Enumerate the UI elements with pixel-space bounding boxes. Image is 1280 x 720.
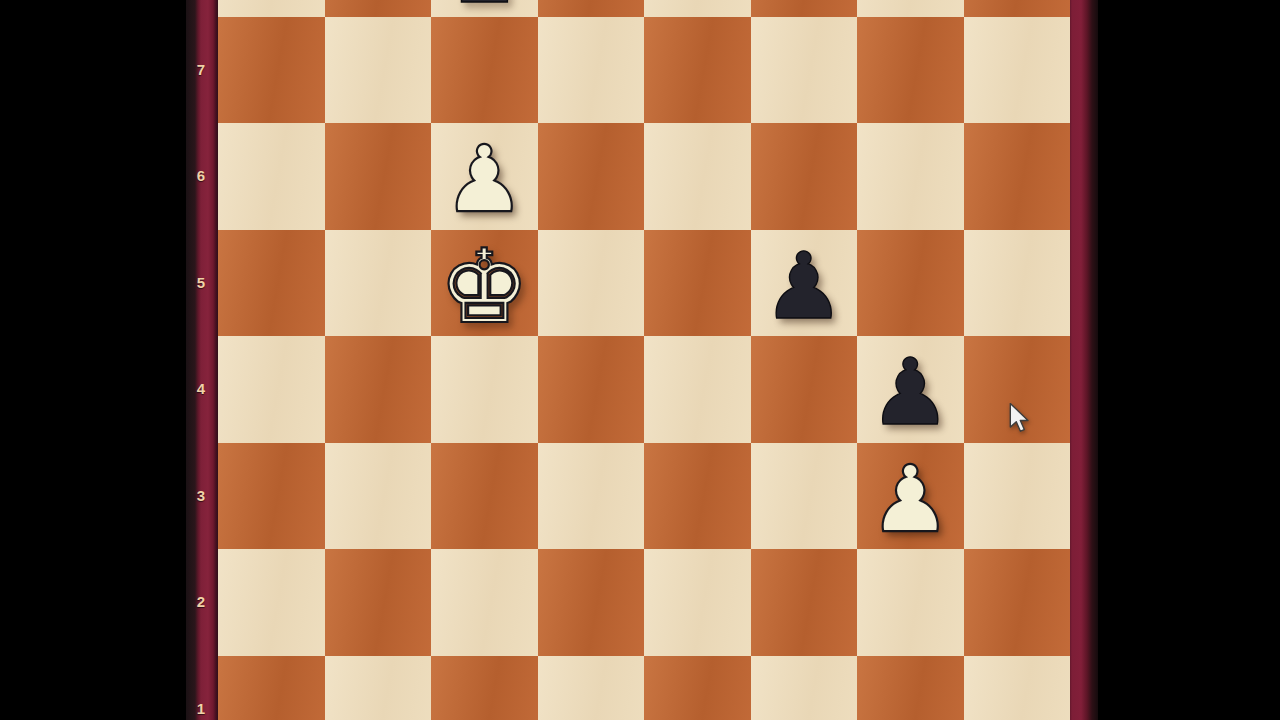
board-frame-left bbox=[186, 0, 218, 720]
rank-label-1: 1 bbox=[186, 700, 216, 717]
white-pawn[interactable]: ♟ bbox=[869, 454, 951, 546]
square-h1[interactable] bbox=[964, 656, 1071, 720]
square-h7[interactable] bbox=[964, 17, 1071, 124]
square-c7[interactable] bbox=[431, 17, 538, 124]
square-e2[interactable] bbox=[644, 549, 751, 656]
rank-label-2: 2 bbox=[186, 593, 216, 610]
square-g3[interactable]: ♟ bbox=[857, 443, 964, 550]
square-d7[interactable] bbox=[538, 17, 645, 124]
rank-label-3: 3 bbox=[186, 487, 216, 504]
black-pawn[interactable]: ♟ bbox=[869, 347, 951, 439]
square-d3[interactable] bbox=[538, 443, 645, 550]
square-a6[interactable] bbox=[218, 123, 325, 230]
square-f1[interactable] bbox=[751, 656, 858, 720]
square-d8[interactable] bbox=[538, 0, 645, 17]
square-b5[interactable] bbox=[325, 230, 432, 337]
black-king[interactable]: ♚ bbox=[439, 0, 530, 18]
square-g5[interactable] bbox=[857, 230, 964, 337]
square-g7[interactable] bbox=[857, 17, 964, 124]
rank-label-4: 4 bbox=[186, 380, 216, 397]
square-b1[interactable] bbox=[325, 656, 432, 720]
video-frame: 7654321 ♚♟♚♟♟♟ bbox=[0, 0, 1280, 720]
white-pawn[interactable]: ♟ bbox=[443, 134, 525, 226]
square-c4[interactable] bbox=[431, 336, 538, 443]
square-g4[interactable]: ♟ bbox=[857, 336, 964, 443]
square-f6[interactable] bbox=[751, 123, 858, 230]
square-f5[interactable]: ♟ bbox=[751, 230, 858, 337]
square-g8[interactable] bbox=[857, 0, 964, 17]
square-b7[interactable] bbox=[325, 17, 432, 124]
square-e8[interactable] bbox=[644, 0, 751, 17]
square-c6[interactable]: ♟ bbox=[431, 123, 538, 230]
square-b6[interactable] bbox=[325, 123, 432, 230]
square-a1[interactable] bbox=[218, 656, 325, 720]
rank-label-7: 7 bbox=[186, 61, 216, 78]
square-f2[interactable] bbox=[751, 549, 858, 656]
square-f8[interactable] bbox=[751, 0, 858, 17]
square-h8[interactable] bbox=[964, 0, 1071, 17]
square-b3[interactable] bbox=[325, 443, 432, 550]
square-d2[interactable] bbox=[538, 549, 645, 656]
square-g6[interactable] bbox=[857, 123, 964, 230]
square-a3[interactable] bbox=[218, 443, 325, 550]
square-f4[interactable] bbox=[751, 336, 858, 443]
square-a5[interactable] bbox=[218, 230, 325, 337]
white-king[interactable]: ♚ bbox=[439, 236, 530, 338]
board-frame-right bbox=[1068, 0, 1098, 720]
square-b8[interactable] bbox=[325, 0, 432, 17]
square-a8[interactable] bbox=[218, 0, 325, 17]
square-e3[interactable] bbox=[644, 443, 751, 550]
square-c1[interactable] bbox=[431, 656, 538, 720]
rank-label-5: 5 bbox=[186, 274, 216, 291]
square-f3[interactable] bbox=[751, 443, 858, 550]
square-e6[interactable] bbox=[644, 123, 751, 230]
square-e4[interactable] bbox=[644, 336, 751, 443]
square-g1[interactable] bbox=[857, 656, 964, 720]
chess-board[interactable]: ♚♟♚♟♟♟ bbox=[218, 0, 1070, 720]
square-d4[interactable] bbox=[538, 336, 645, 443]
square-e1[interactable] bbox=[644, 656, 751, 720]
square-c8[interactable]: ♚ bbox=[431, 0, 538, 17]
square-h6[interactable] bbox=[964, 123, 1071, 230]
square-h2[interactable] bbox=[964, 549, 1071, 656]
square-c3[interactable] bbox=[431, 443, 538, 550]
square-f7[interactable] bbox=[751, 17, 858, 124]
square-b4[interactable] bbox=[325, 336, 432, 443]
square-c5[interactable]: ♚ bbox=[431, 230, 538, 337]
mouse-cursor-icon bbox=[1009, 403, 1030, 434]
square-c2[interactable] bbox=[431, 549, 538, 656]
square-d1[interactable] bbox=[538, 656, 645, 720]
black-pawn[interactable]: ♟ bbox=[763, 241, 845, 333]
square-d6[interactable] bbox=[538, 123, 645, 230]
square-e5[interactable] bbox=[644, 230, 751, 337]
square-e7[interactable] bbox=[644, 17, 751, 124]
square-h5[interactable] bbox=[964, 230, 1071, 337]
square-d5[interactable] bbox=[538, 230, 645, 337]
square-a4[interactable] bbox=[218, 336, 325, 443]
square-g2[interactable] bbox=[857, 549, 964, 656]
square-b2[interactable] bbox=[325, 549, 432, 656]
square-h3[interactable] bbox=[964, 443, 1071, 550]
square-a7[interactable] bbox=[218, 17, 325, 124]
rank-label-6: 6 bbox=[186, 167, 216, 184]
square-a2[interactable] bbox=[218, 549, 325, 656]
